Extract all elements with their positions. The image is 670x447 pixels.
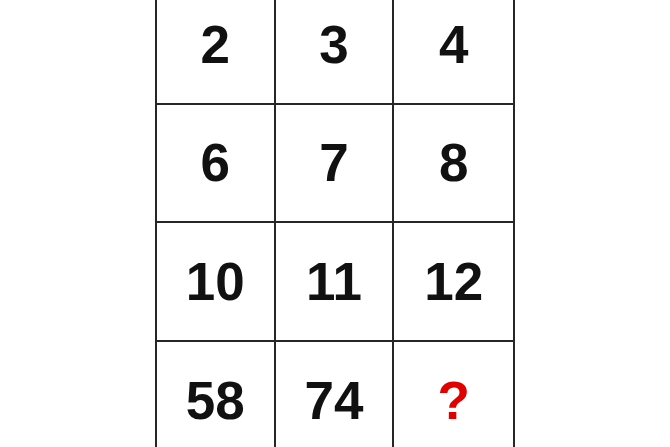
cell-r1c1: 2: [157, 0, 276, 105]
cell-r3c3: 12: [394, 223, 513, 342]
cell-r3c1: 10: [157, 223, 276, 342]
cell-r4c2: 74: [276, 342, 395, 447]
cell-r1c2: 3: [276, 0, 395, 105]
cell-r4c1: 58: [157, 342, 276, 447]
cell-r1c3: 4: [394, 0, 513, 105]
cell-r3c2: 11: [276, 223, 395, 342]
number-grid: 2 3 4 6 7 8 10 11 12 58 74 ?: [155, 0, 515, 447]
cell-r2c1: 6: [157, 105, 276, 224]
cell-r4c3-unknown: ?: [394, 342, 513, 447]
puzzle-canvas: 2 3 4 6 7 8 10 11 12 58 74 ?: [0, 0, 670, 447]
cell-r2c3: 8: [394, 105, 513, 224]
cell-r2c2: 7: [276, 105, 395, 224]
